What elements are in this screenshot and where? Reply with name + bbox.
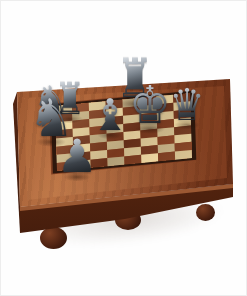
chess-set-product-photo: ♜♜♞♞♝♚♛♟ [0,0,247,296]
board-square [158,152,175,162]
chess-piece-pawn: ♟ [57,133,98,179]
board-foot-rear-right [196,204,215,221]
board-foot-front-left [40,227,67,249]
chess-piece-queen: ♛ [170,83,206,127]
board-square [141,153,158,163]
chess-piece-king: ♚ [129,79,171,131]
board-square [107,156,124,166]
board-square [175,150,192,160]
board-square [124,155,141,165]
